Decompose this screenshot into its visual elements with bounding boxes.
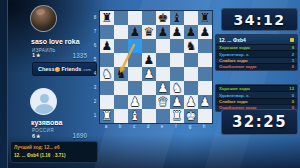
level-number: 1 xyxy=(32,52,35,58)
stat-row-mistakes: Ошибочные ходы0 xyxy=(216,63,297,69)
square-b3[interactable] xyxy=(114,81,128,95)
square-b2[interactable] xyxy=(114,95,128,109)
square-a1[interactable]: ♜ xyxy=(100,109,114,123)
white-rook: ♜ xyxy=(102,109,113,123)
white-badge-row: 6★ 1690 xyxy=(32,132,87,139)
rank-label: 6 xyxy=(92,38,98,52)
square-a4[interactable]: ♞ xyxy=(100,67,114,81)
current-move-header: 12. ... Фxb4 xyxy=(216,35,297,44)
star-icon: ★ xyxy=(36,52,40,58)
black-queen: ♛ xyxy=(144,25,155,39)
black-pawn: ♟ xyxy=(186,25,197,39)
square-e3[interactable]: ♟ xyxy=(156,81,170,95)
square-f5[interactable] xyxy=(170,53,184,67)
black-king: ♚ xyxy=(158,11,169,25)
square-f4[interactable] xyxy=(170,67,184,81)
black-level-badge: 1★ xyxy=(32,52,41,58)
white-king: ♚ xyxy=(186,109,197,123)
black-pawn: ♟ xyxy=(172,25,183,39)
black-rook: ♜ xyxy=(200,11,211,25)
square-c5[interactable] xyxy=(128,53,142,67)
square-d7[interactable]: ♛ xyxy=(142,25,156,39)
logo-text-left: Chess xyxy=(38,66,55,72)
square-d1[interactable] xyxy=(142,109,156,123)
rank-label: 7 xyxy=(92,24,98,38)
square-g7[interactable]: ♟ xyxy=(184,25,198,39)
square-g5[interactable] xyxy=(184,53,198,67)
square-c8[interactable] xyxy=(128,11,142,25)
black-rating: 1335 xyxy=(73,52,87,59)
rank-label: 4 xyxy=(92,66,98,80)
square-h3[interactable] xyxy=(198,81,212,95)
window-edge xyxy=(0,0,8,168)
file-label: g xyxy=(183,124,197,129)
black-knight: ♞ xyxy=(116,67,127,81)
rank-label: 8 xyxy=(92,10,98,24)
square-c2[interactable]: ♟ xyxy=(128,95,142,109)
file-labels: abcdefgh xyxy=(99,124,211,129)
square-d2[interactable] xyxy=(142,95,156,109)
best-move-line: Лучший ход: 12... е6 xyxy=(14,145,94,150)
square-c6[interactable] xyxy=(128,39,142,53)
square-h5[interactable] xyxy=(198,53,212,67)
globe-icon xyxy=(55,67,60,72)
square-d8[interactable] xyxy=(142,11,156,25)
white-pawn: ♟ xyxy=(158,81,169,95)
file-label: a xyxy=(99,124,113,129)
square-h6[interactable] xyxy=(198,39,212,53)
white-knight: ♞ xyxy=(102,67,113,81)
rank-label: 5 xyxy=(92,52,98,66)
rank-label: 2 xyxy=(92,94,98,108)
white-knight: ♞ xyxy=(172,81,183,95)
white-player-name: кузявова xyxy=(31,119,62,126)
square-g4[interactable] xyxy=(184,67,198,81)
square-f6[interactable] xyxy=(170,39,184,53)
square-b1[interactable] xyxy=(114,109,128,123)
square-h1[interactable] xyxy=(198,109,212,123)
square-f3[interactable]: ♞ xyxy=(170,81,184,95)
white-pawn: ♟ xyxy=(130,95,141,109)
current-move-label: 12. ... Фxb4 xyxy=(219,37,246,43)
square-c7[interactable]: ♟ xyxy=(128,25,142,39)
square-e6[interactable] xyxy=(156,39,170,53)
file-label: f xyxy=(169,124,183,129)
white-level-badge: 6★ xyxy=(32,133,41,139)
square-e7[interactable]: ♟ xyxy=(156,25,170,39)
rank-label: 3 xyxy=(92,80,98,94)
white-bishop: ♝ xyxy=(130,109,141,123)
square-a3[interactable] xyxy=(100,81,114,95)
board: ♜♚♝♜♟♛♟♟♟♟♟♞♟♞♞♟♟♞♟♛♟♟♟♜♝♜♚ xyxy=(99,10,213,124)
square-b8[interactable] xyxy=(114,11,128,25)
game-analysis-screen: saso love roka ИЗРАИЛЬ 1★ 1335 Chess Fri… xyxy=(0,0,300,168)
black-move-stats: 12. ... Фxb4 Хорошие ходы8 Удовлетвор. х… xyxy=(215,34,298,71)
black-bishop: ♝ xyxy=(172,11,183,25)
square-f1[interactable]: ♜ xyxy=(170,109,184,123)
black-avatar xyxy=(30,5,57,32)
square-f2[interactable]: ♟ xyxy=(170,95,184,109)
square-e8[interactable]: ♚ xyxy=(156,11,170,25)
logo-text-right: Friends xyxy=(61,66,81,72)
weak-move-marker-icon xyxy=(290,38,294,42)
black-pawn: ♟ xyxy=(130,25,141,39)
analysis-summary-box: Лучший ход: 12... е6 12. ... Фxb4 (1.16→… xyxy=(10,141,98,163)
white-rook: ♜ xyxy=(172,109,183,123)
square-f8[interactable]: ♝ xyxy=(170,11,184,25)
square-b5[interactable] xyxy=(114,53,128,67)
square-h7[interactable]: ♟ xyxy=(198,25,212,39)
played-move-line: 12. ... Фxb4 (1.16→3.71) xyxy=(14,153,94,158)
square-c4[interactable] xyxy=(128,67,142,81)
square-g1[interactable]: ♚ xyxy=(184,109,198,123)
square-b7[interactable] xyxy=(114,25,128,39)
square-c3[interactable] xyxy=(128,81,142,95)
square-a5[interactable] xyxy=(100,53,114,67)
square-g8[interactable] xyxy=(184,11,198,25)
black-pawn: ♟ xyxy=(158,25,169,39)
square-h2[interactable]: ♟ xyxy=(198,95,212,109)
square-c1[interactable]: ♝ xyxy=(128,109,142,123)
square-g6[interactable]: ♞ xyxy=(184,39,198,53)
black-clock-time: 34:12 xyxy=(233,12,285,28)
white-pawn: ♟ xyxy=(200,95,211,109)
square-e4[interactable] xyxy=(156,67,170,81)
file-label: e xyxy=(155,124,169,129)
file-label: d xyxy=(141,124,155,129)
black-pawn: ♟ xyxy=(200,25,211,39)
square-e5[interactable] xyxy=(156,53,170,67)
square-a2[interactable] xyxy=(100,95,114,109)
chessfriends-logo[interactable]: Chess Friends .com xyxy=(32,62,97,76)
white-rating: 1690 xyxy=(73,132,87,139)
black-clock: 34:12 xyxy=(221,8,298,31)
square-d6[interactable] xyxy=(142,39,156,53)
square-d3[interactable] xyxy=(142,81,156,95)
square-h8[interactable]: ♜ xyxy=(198,11,212,25)
square-g3[interactable] xyxy=(184,81,198,95)
file-label: h xyxy=(197,124,211,129)
square-g2[interactable]: ♟ xyxy=(184,95,198,109)
rank-labels: 87654321 xyxy=(92,10,98,122)
square-f7[interactable]: ♟ xyxy=(170,25,184,39)
square-a7[interactable] xyxy=(100,25,114,39)
white-pawn: ♟ xyxy=(144,67,155,81)
logo-suffix: .com xyxy=(82,67,91,72)
black-player-name: saso love roka xyxy=(31,38,80,45)
white-avatar xyxy=(30,88,57,115)
level-number: 6 xyxy=(32,133,35,139)
black-knight: ♞ xyxy=(186,39,197,53)
star-icon: ★ xyxy=(36,133,40,139)
white-clock-time: 32:25 xyxy=(232,113,287,131)
file-label: b xyxy=(113,124,127,129)
black-rook: ♜ xyxy=(102,11,113,25)
square-h4[interactable] xyxy=(198,67,212,81)
file-label: c xyxy=(127,124,141,129)
white-pawn: ♟ xyxy=(172,95,183,109)
square-b4[interactable]: ♞ xyxy=(114,67,128,81)
black-pawn: ♟ xyxy=(144,53,155,67)
white-pawn: ♟ xyxy=(186,95,197,109)
white-move-stats: Хорошие ходы12 Удовлетвор. х.0 Слабые хо… xyxy=(215,84,298,112)
rank-label: 1 xyxy=(92,108,98,122)
black-pawn: ♟ xyxy=(102,39,113,53)
white-clock: 32:25 xyxy=(221,109,298,135)
square-a6[interactable]: ♟ xyxy=(100,39,114,53)
square-d4[interactable]: ♟ xyxy=(142,67,156,81)
square-a8[interactable]: ♜ xyxy=(100,11,114,25)
black-badge-row: 1★ 1335 xyxy=(32,52,87,59)
square-b6[interactable] xyxy=(114,39,128,53)
square-e1[interactable] xyxy=(156,109,170,123)
square-d5[interactable]: ♟ xyxy=(142,53,156,67)
white-queen: ♛ xyxy=(158,95,169,109)
square-e2[interactable]: ♛ xyxy=(156,95,170,109)
